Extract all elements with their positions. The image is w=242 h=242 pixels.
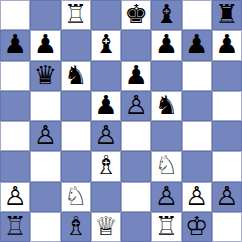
square-e8[interactable]: ♚ — [121, 0, 151, 30]
square-h8[interactable]: ♜ — [212, 0, 242, 30]
square-e6[interactable]: ♟ — [121, 61, 151, 91]
white-pawn[interactable]: ♙ — [185, 183, 208, 209]
black-bishop[interactable]: ♝ — [155, 1, 178, 27]
square-a8[interactable] — [0, 0, 30, 30]
white-queen[interactable]: ♕ — [94, 213, 117, 239]
chess-board: ♖♚♝♜♟♟♝♟♟♟♛♞♟♟♙♞♙♙♗♘♙♘♙♙♙♖♗♕♖♔ — [0, 0, 242, 242]
square-b1[interactable] — [30, 212, 60, 242]
black-pawn[interactable]: ♟ — [124, 62, 147, 88]
black-king[interactable]: ♚ — [124, 1, 147, 27]
square-c5[interactable] — [61, 91, 91, 121]
white-knight[interactable]: ♘ — [155, 152, 178, 178]
white-bishop[interactable]: ♗ — [64, 213, 87, 239]
square-a2[interactable]: ♙ — [0, 182, 30, 212]
square-e7[interactable] — [121, 30, 151, 60]
square-f8[interactable]: ♝ — [151, 0, 181, 30]
square-g8[interactable] — [182, 0, 212, 30]
white-rook[interactable]: ♖ — [64, 1, 87, 27]
square-d5[interactable]: ♟ — [91, 91, 121, 121]
square-c6[interactable]: ♞ — [61, 61, 91, 91]
square-e4[interactable] — [121, 121, 151, 151]
square-d7[interactable]: ♝ — [91, 30, 121, 60]
square-f3[interactable]: ♘ — [151, 151, 181, 181]
square-c4[interactable] — [61, 121, 91, 151]
square-b7[interactable]: ♟ — [30, 30, 60, 60]
square-f7[interactable]: ♟ — [151, 30, 181, 60]
square-b2[interactable] — [30, 182, 60, 212]
square-c8[interactable]: ♖ — [61, 0, 91, 30]
square-b8[interactable] — [30, 0, 60, 30]
square-f6[interactable] — [151, 61, 181, 91]
square-h7[interactable]: ♟ — [212, 30, 242, 60]
square-d8[interactable] — [91, 0, 121, 30]
square-d3[interactable]: ♗ — [91, 151, 121, 181]
black-knight[interactable]: ♞ — [155, 92, 178, 118]
square-g5[interactable] — [182, 91, 212, 121]
square-e1[interactable] — [121, 212, 151, 242]
square-g3[interactable] — [182, 151, 212, 181]
square-f5[interactable]: ♞ — [151, 91, 181, 121]
square-a7[interactable]: ♟ — [0, 30, 30, 60]
square-e5[interactable]: ♙ — [121, 91, 151, 121]
white-pawn[interactable]: ♙ — [124, 92, 147, 118]
square-h5[interactable] — [212, 91, 242, 121]
square-d6[interactable] — [91, 61, 121, 91]
white-knight[interactable]: ♘ — [64, 183, 87, 209]
square-b3[interactable] — [30, 151, 60, 181]
square-h4[interactable] — [212, 121, 242, 151]
square-a1[interactable]: ♖ — [0, 212, 30, 242]
square-e2[interactable] — [121, 182, 151, 212]
square-a4[interactable] — [0, 121, 30, 151]
white-king[interactable]: ♔ — [185, 213, 208, 239]
black-pawn[interactable]: ♟ — [3, 31, 26, 57]
white-rook[interactable]: ♖ — [155, 213, 178, 239]
square-b4[interactable]: ♙ — [30, 121, 60, 151]
black-queen[interactable]: ♛ — [34, 62, 57, 88]
square-g4[interactable] — [182, 121, 212, 151]
square-c2[interactable]: ♘ — [61, 182, 91, 212]
black-pawn[interactable]: ♟ — [94, 92, 117, 118]
square-d4[interactable]: ♙ — [91, 121, 121, 151]
square-d1[interactable]: ♕ — [91, 212, 121, 242]
square-h2[interactable]: ♙ — [212, 182, 242, 212]
black-pawn[interactable]: ♟ — [155, 31, 178, 57]
square-a6[interactable] — [0, 61, 30, 91]
square-e3[interactable] — [121, 151, 151, 181]
square-b5[interactable] — [30, 91, 60, 121]
square-g6[interactable] — [182, 61, 212, 91]
white-pawn[interactable]: ♙ — [34, 122, 57, 148]
white-pawn[interactable]: ♙ — [215, 183, 238, 209]
white-rook[interactable]: ♖ — [3, 213, 26, 239]
square-c7[interactable] — [61, 30, 91, 60]
square-a3[interactable] — [0, 151, 30, 181]
black-pawn[interactable]: ♟ — [34, 31, 57, 57]
black-bishop[interactable]: ♝ — [94, 31, 117, 57]
square-h3[interactable] — [212, 151, 242, 181]
black-pawn[interactable]: ♟ — [215, 31, 238, 57]
square-f1[interactable]: ♖ — [151, 212, 181, 242]
white-pawn[interactable]: ♙ — [94, 122, 117, 148]
square-g7[interactable]: ♟ — [182, 30, 212, 60]
white-bishop[interactable]: ♗ — [94, 152, 117, 178]
black-pawn[interactable]: ♟ — [185, 31, 208, 57]
square-f4[interactable] — [151, 121, 181, 151]
square-f2[interactable]: ♙ — [151, 182, 181, 212]
square-c1[interactable]: ♗ — [61, 212, 91, 242]
white-pawn[interactable]: ♙ — [155, 183, 178, 209]
square-h6[interactable] — [212, 61, 242, 91]
square-b6[interactable]: ♛ — [30, 61, 60, 91]
black-knight[interactable]: ♞ — [64, 62, 87, 88]
square-a5[interactable] — [0, 91, 30, 121]
white-pawn[interactable]: ♙ — [3, 183, 26, 209]
black-rook[interactable]: ♜ — [215, 1, 238, 27]
square-h1[interactable] — [212, 212, 242, 242]
square-c3[interactable] — [61, 151, 91, 181]
square-g1[interactable]: ♔ — [182, 212, 212, 242]
square-g2[interactable]: ♙ — [182, 182, 212, 212]
square-d2[interactable] — [91, 182, 121, 212]
